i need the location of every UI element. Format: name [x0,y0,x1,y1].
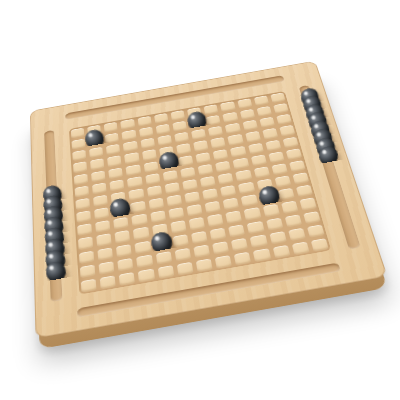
dimple-cell[interactable] [279,125,295,136]
dimple-cell[interactable] [75,198,90,210]
dimple-cell[interactable] [240,109,255,120]
dimple-cell[interactable] [100,275,116,289]
dimple-cell[interactable] [250,234,267,247]
dimple-cell[interactable] [205,201,221,214]
dimple-cell[interactable] [81,279,97,293]
dimple-cell[interactable] [220,101,235,112]
dimple-cell[interactable] [299,198,316,211]
dimple-cell[interactable] [198,164,214,176]
dimple-cell[interactable] [213,149,229,161]
dimple-cell[interactable] [208,126,223,137]
dimple-cell[interactable] [107,155,121,167]
dimple-cell[interactable] [177,262,194,276]
dimple-cell[interactable] [196,152,211,164]
dimple-cell[interactable] [156,124,171,135]
dimple-cell[interactable] [137,116,151,127]
dimple-cell[interactable] [271,163,287,175]
dimple-cell[interactable] [132,214,148,227]
dimple-cell[interactable] [110,179,125,191]
dimple-cell[interactable] [130,201,145,213]
dimple-cell[interactable] [109,167,124,179]
dimple-cell[interactable] [223,198,239,211]
dimple-cell[interactable] [269,231,286,244]
dimple-cell[interactable] [172,234,188,247]
dimple-cell[interactable] [79,250,94,263]
dimple-cell[interactable] [296,185,313,197]
dimple-cell[interactable] [284,214,301,227]
dimple-cell[interactable] [236,170,252,182]
dimple-cell[interactable] [76,210,91,223]
dimple-cell[interactable] [196,258,213,272]
dimple-cell[interactable] [254,95,269,106]
dimple-cell[interactable] [307,224,325,237]
dimple-cell[interactable] [215,161,231,173]
dimple-cell[interactable] [292,172,309,184]
dimple-cell[interactable] [104,122,118,133]
dimple-cell[interactable] [245,131,261,142]
dimple-cell[interactable] [135,240,151,253]
dimple-cell[interactable] [220,185,236,197]
dimple-cell[interactable] [182,179,198,191]
dimple-cell[interactable] [80,264,96,278]
dimple-cell[interactable] [89,147,103,158]
dimple-cell[interactable] [210,227,227,240]
dimple-cell[interactable] [231,238,248,251]
dimple-cell[interactable] [218,173,234,185]
dimple-cell[interactable] [202,188,218,200]
dimple-cell[interactable] [262,204,279,217]
dimple-cell[interactable] [157,135,172,146]
dimple-cell[interactable] [133,227,149,240]
dimple-cell[interactable] [72,150,86,161]
dimple-cell[interactable] [137,254,153,268]
dimple-cell[interactable] [74,173,88,185]
dimple-cell[interactable] [259,117,275,128]
dimple-cell[interactable] [282,137,298,148]
dimple-cell[interactable] [75,185,89,197]
dimple-cell[interactable] [273,103,289,114]
dimple-cell[interactable] [77,223,92,236]
dimple-cell[interactable] [193,140,208,151]
dimple-cell[interactable] [94,207,109,220]
dimple-cell[interactable] [303,211,321,224]
dimple-cell[interactable] [126,164,141,176]
dimple-cell[interactable] [288,228,306,241]
dimple-cell[interactable] [238,182,254,194]
dimple-cell[interactable] [191,129,206,140]
dimple-cell[interactable] [266,217,283,230]
dimple-cell[interactable] [237,98,252,109]
dimple-cell[interactable] [186,204,202,217]
dimple-cell[interactable] [114,217,129,230]
dimple-cell[interactable] [164,182,179,194]
dimple-cell[interactable] [139,127,153,138]
dimple-cell[interactable] [171,110,185,121]
dimple-cell[interactable] [99,261,115,275]
dimple-cell[interactable] [180,167,195,179]
dimple-cell[interactable] [270,93,285,104]
dimple-cell[interactable] [150,211,166,224]
dimple-cell[interactable] [90,158,104,170]
dimple-cell[interactable] [253,248,271,262]
dimple-cell[interactable] [226,211,243,224]
dimple-cell[interactable] [223,112,238,123]
scene [0,0,400,400]
dimple-cell[interactable] [95,220,110,233]
dimple-cell[interactable] [250,154,266,166]
dimple-cell[interactable] [71,128,85,139]
dimple-cell[interactable] [142,149,157,160]
dimple-cell[interactable] [163,170,178,182]
dimple-cell[interactable] [127,176,142,188]
dimple-cell[interactable] [212,241,229,255]
dimple-cell[interactable] [72,139,86,150]
dimple-cell[interactable] [73,162,87,174]
dimple-cell[interactable] [96,233,111,246]
dimple-cell[interactable] [253,166,269,178]
dimple-cell[interactable] [170,220,186,233]
dimple-cell[interactable] [193,244,210,258]
dimple-cell[interactable] [228,224,245,237]
dimple-cell[interactable] [233,158,249,170]
dimple-cell[interactable] [145,173,160,185]
dimple-cell[interactable] [281,201,298,214]
dimple-cell[interactable] [143,161,158,173]
dimple-cell[interactable] [174,132,189,143]
dimple-cell[interactable] [138,268,154,282]
dimple-cell[interactable] [172,121,187,132]
dimple-cell[interactable] [147,185,162,197]
dimple-cell[interactable] [286,148,302,160]
dimple-cell[interactable] [225,123,240,134]
dimple-cell[interactable] [178,155,193,167]
dimple-cell[interactable] [215,255,232,269]
dimple-cell[interactable] [122,130,136,141]
dimple-cell[interactable] [265,140,281,152]
dimple-cell[interactable] [242,120,257,131]
dimple-cell[interactable] [119,272,135,286]
dimple-cell[interactable] [118,258,134,272]
dimple-cell[interactable] [92,182,107,194]
dimple-cell[interactable] [140,138,155,149]
dimple-cell[interactable] [93,195,108,207]
dimple-cell[interactable] [248,143,264,155]
dimple-cell[interactable] [228,134,244,145]
dimple-cell[interactable] [289,160,306,172]
dimple-cell[interactable] [262,128,278,139]
dimple-cell[interactable] [155,251,171,265]
dimple-cell[interactable] [256,106,271,117]
dimple-cell[interactable] [244,207,261,220]
dimple-cell[interactable] [200,176,216,188]
dimple-cell[interactable] [98,247,114,260]
dimple-cell[interactable] [157,265,174,279]
dimple-cell[interactable] [291,241,309,255]
dimple-cell[interactable] [116,244,132,257]
dimple-cell[interactable] [174,248,191,262]
dimple-cell[interactable] [184,191,200,203]
dimple-cell[interactable] [274,176,291,188]
dimple-cell[interactable] [207,214,223,227]
dimple-cell[interactable] [189,217,205,230]
dimple-cell[interactable] [211,137,226,148]
dimple-cell[interactable] [278,188,295,201]
dimple-cell[interactable] [272,245,290,259]
dimple-cell[interactable] [91,170,105,182]
dimple-cell[interactable] [247,221,264,234]
dimple-cell[interactable] [206,115,221,126]
dimple-cell[interactable] [78,237,93,250]
dimple-cell[interactable] [241,194,258,207]
dimple-cell[interactable] [234,252,251,266]
dimple-cell[interactable] [191,231,208,244]
dimple-cell[interactable] [204,104,219,115]
dimple-cell[interactable] [276,114,292,125]
dimple-cell[interactable] [115,230,131,243]
dimple-cell[interactable] [168,207,184,220]
dimple-cell[interactable] [105,133,119,144]
dimple-cell[interactable] [311,238,329,252]
dimple-cell[interactable] [268,151,284,163]
game-board [30,61,388,339]
dimple-cell[interactable] [154,113,168,124]
dimple-cell[interactable] [125,152,140,163]
dimple-cell[interactable] [176,143,191,154]
dimple-cell[interactable] [148,198,164,210]
dimple-cell[interactable] [121,119,135,130]
dimple-cell[interactable] [129,188,144,200]
dimple-cell[interactable] [106,144,120,155]
dimple-cell[interactable] [230,146,246,158]
dimple-cell[interactable] [166,195,182,207]
dimple-cell[interactable] [123,141,137,152]
